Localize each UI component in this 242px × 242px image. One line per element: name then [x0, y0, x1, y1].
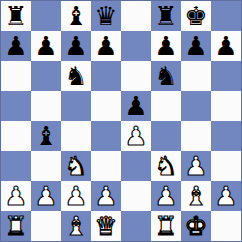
- white-pawn[interactable]: ♟: [154, 183, 177, 209]
- square-g6[interactable]: [181, 61, 211, 91]
- square-f3[interactable]: ♞: [151, 151, 181, 181]
- square-b8[interactable]: [31, 1, 61, 31]
- square-f5[interactable]: [151, 91, 181, 121]
- square-g1[interactable]: ♚: [181, 211, 211, 241]
- square-e4[interactable]: ♟: [121, 121, 151, 151]
- square-h4[interactable]: [211, 121, 241, 151]
- square-b1[interactable]: [31, 211, 61, 241]
- chess-board: ♜♝♛♜♚♟♟♟♟♟♟♟♞♞♟♝♟♞♞♟♟♟♟♟♟♝♟♜♝♛♜♚: [0, 0, 242, 242]
- square-h7[interactable]: ♟: [211, 31, 241, 61]
- square-a6[interactable]: [1, 61, 31, 91]
- square-h2[interactable]: ♟: [211, 181, 241, 211]
- black-pawn[interactable]: ♟: [124, 93, 147, 119]
- square-d7[interactable]: ♟: [91, 31, 121, 61]
- square-b7[interactable]: ♟: [31, 31, 61, 61]
- black-pawn[interactable]: ♟: [34, 33, 57, 59]
- square-f6[interactable]: ♞: [151, 61, 181, 91]
- square-d1[interactable]: ♛: [91, 211, 121, 241]
- square-c5[interactable]: [61, 91, 91, 121]
- square-f7[interactable]: ♟: [151, 31, 181, 61]
- square-e1[interactable]: [121, 211, 151, 241]
- square-h8[interactable]: [211, 1, 241, 31]
- square-f8[interactable]: ♜: [151, 1, 181, 31]
- black-pawn[interactable]: ♟: [154, 33, 177, 59]
- square-c7[interactable]: ♟: [61, 31, 91, 61]
- square-a2[interactable]: ♟: [1, 181, 31, 211]
- square-g4[interactable]: [181, 121, 211, 151]
- square-a5[interactable]: [1, 91, 31, 121]
- white-queen[interactable]: ♛: [94, 213, 117, 239]
- square-a3[interactable]: [1, 151, 31, 181]
- square-h5[interactable]: [211, 91, 241, 121]
- square-e5[interactable]: ♟: [121, 91, 151, 121]
- square-f1[interactable]: ♜: [151, 211, 181, 241]
- square-g2[interactable]: ♝: [181, 181, 211, 211]
- square-c1[interactable]: ♝: [61, 211, 91, 241]
- square-e8[interactable]: [121, 1, 151, 31]
- square-c3[interactable]: ♞: [61, 151, 91, 181]
- black-pawn[interactable]: ♟: [184, 33, 207, 59]
- black-bishop[interactable]: ♝: [34, 123, 57, 149]
- square-h6[interactable]: [211, 61, 241, 91]
- square-b3[interactable]: [31, 151, 61, 181]
- white-pawn[interactable]: ♟: [184, 153, 207, 179]
- square-b2[interactable]: ♟: [31, 181, 61, 211]
- square-g3[interactable]: ♟: [181, 151, 211, 181]
- square-a4[interactable]: [1, 121, 31, 151]
- black-knight[interactable]: ♞: [154, 63, 177, 89]
- square-d8[interactable]: ♛: [91, 1, 121, 31]
- square-a7[interactable]: ♟: [1, 31, 31, 61]
- square-e3[interactable]: [121, 151, 151, 181]
- white-pawn[interactable]: ♟: [34, 183, 57, 209]
- square-h3[interactable]: [211, 151, 241, 181]
- square-e6[interactable]: [121, 61, 151, 91]
- square-d3[interactable]: [91, 151, 121, 181]
- white-bishop[interactable]: ♝: [64, 213, 87, 239]
- black-bishop[interactable]: ♝: [64, 3, 87, 29]
- square-b6[interactable]: [31, 61, 61, 91]
- square-g7[interactable]: ♟: [181, 31, 211, 61]
- square-f4[interactable]: [151, 121, 181, 151]
- black-king[interactable]: ♚: [184, 3, 207, 29]
- black-rook[interactable]: ♜: [4, 3, 27, 29]
- square-d4[interactable]: [91, 121, 121, 151]
- white-bishop[interactable]: ♝: [184, 183, 207, 209]
- square-h1[interactable]: [211, 211, 241, 241]
- square-d5[interactable]: [91, 91, 121, 121]
- square-g8[interactable]: ♚: [181, 1, 211, 31]
- square-c2[interactable]: ♟: [61, 181, 91, 211]
- white-pawn[interactable]: ♟: [64, 183, 87, 209]
- square-e7[interactable]: [121, 31, 151, 61]
- square-e2[interactable]: [121, 181, 151, 211]
- white-pawn[interactable]: ♟: [214, 183, 237, 209]
- white-rook[interactable]: ♜: [154, 213, 177, 239]
- square-d6[interactable]: [91, 61, 121, 91]
- black-knight[interactable]: ♞: [64, 63, 87, 89]
- square-a1[interactable]: ♜: [1, 211, 31, 241]
- black-pawn[interactable]: ♟: [64, 33, 87, 59]
- black-pawn[interactable]: ♟: [214, 33, 237, 59]
- black-pawn[interactable]: ♟: [94, 33, 117, 59]
- black-pawn[interactable]: ♟: [4, 33, 27, 59]
- white-pawn[interactable]: ♟: [124, 123, 147, 149]
- square-g5[interactable]: [181, 91, 211, 121]
- square-c4[interactable]: [61, 121, 91, 151]
- square-b4[interactable]: ♝: [31, 121, 61, 151]
- square-a8[interactable]: ♜: [1, 1, 31, 31]
- square-c8[interactable]: ♝: [61, 1, 91, 31]
- square-d2[interactable]: ♟: [91, 181, 121, 211]
- black-queen[interactable]: ♛: [94, 3, 117, 29]
- white-knight[interactable]: ♞: [154, 153, 177, 179]
- white-pawn[interactable]: ♟: [94, 183, 117, 209]
- square-b5[interactable]: [31, 91, 61, 121]
- square-c6[interactable]: ♞: [61, 61, 91, 91]
- white-knight[interactable]: ♞: [64, 153, 87, 179]
- white-pawn[interactable]: ♟: [4, 183, 27, 209]
- square-f2[interactable]: ♟: [151, 181, 181, 211]
- black-rook[interactable]: ♜: [154, 3, 177, 29]
- white-king[interactable]: ♚: [184, 213, 207, 239]
- white-rook[interactable]: ♜: [4, 213, 27, 239]
